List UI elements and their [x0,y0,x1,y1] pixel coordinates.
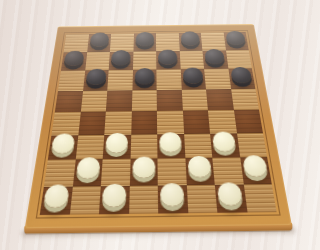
square-f3[interactable] [184,133,213,158]
white-man-a3[interactable] [51,133,76,153]
square-g3[interactable] [210,133,240,158]
white-man-h2[interactable] [242,155,268,177]
square-b7[interactable] [85,51,110,70]
square-d7[interactable] [133,51,157,70]
square-h5[interactable] [231,88,259,110]
square-e6[interactable] [156,69,181,89]
square-c8[interactable] [110,34,134,52]
square-g2[interactable] [212,157,243,184]
white-man-e3[interactable] [159,132,182,152]
white-man-c3[interactable] [105,132,128,152]
black-man-g7[interactable] [204,49,225,64]
square-a3[interactable] [48,135,78,160]
square-g7[interactable] [202,50,228,69]
square-f2[interactable] [185,158,215,185]
square-h2[interactable] [240,157,272,184]
square-c1[interactable] [99,185,129,214]
black-man-d6[interactable] [134,68,154,85]
board-grid [40,32,277,215]
black-man-f8[interactable] [180,31,200,46]
black-man-e7[interactable] [158,49,178,64]
white-man-b2[interactable] [76,157,101,179]
square-d2[interactable] [129,158,157,185]
square-f8[interactable] [178,33,202,51]
square-a2[interactable] [44,159,75,186]
photo-of-checkers-board: { "game": "checkers", "variant": "Englis… [0,0,300,250]
square-c6[interactable] [107,70,132,90]
white-man-f2[interactable] [187,156,211,178]
square-g4[interactable] [208,110,237,133]
square-c5[interactable] [106,90,132,112]
square-a8[interactable] [64,34,89,52]
square-b1[interactable] [69,186,101,215]
square-e8[interactable] [156,33,179,51]
square-c2[interactable] [101,159,130,186]
white-man-g1[interactable] [217,182,243,206]
board-group [0,0,300,250]
checkers-board [25,24,292,228]
square-c3[interactable] [103,134,131,159]
square-h1[interactable] [243,184,276,213]
black-man-b8[interactable] [89,32,109,47]
square-g1[interactable] [215,184,247,213]
square-h3[interactable] [236,133,267,158]
square-f4[interactable] [182,110,210,133]
square-e1[interactable] [158,185,188,214]
square-d4[interactable] [131,111,157,134]
white-man-e1[interactable] [160,182,185,206]
square-c4[interactable] [104,111,131,134]
square-b4[interactable] [78,112,106,135]
square-h6[interactable] [228,68,255,88]
square-g5[interactable] [206,89,233,111]
square-d3[interactable] [130,134,157,159]
square-d6[interactable] [132,70,157,90]
square-h7[interactable] [226,50,252,69]
square-d8[interactable] [133,33,156,51]
black-man-c7[interactable] [111,50,131,66]
square-a7[interactable] [61,52,87,71]
square-b2[interactable] [72,159,102,186]
square-a4[interactable] [51,112,80,135]
square-e5[interactable] [157,89,183,111]
playing-area [40,32,277,215]
square-h4[interactable] [233,110,262,133]
square-a1[interactable] [40,186,73,215]
square-g6[interactable] [204,69,231,89]
square-e2[interactable] [157,158,186,185]
white-man-c1[interactable] [102,183,127,207]
white-man-a1[interactable] [43,184,70,208]
square-f1[interactable] [186,184,217,213]
black-man-b6[interactable] [85,69,106,86]
square-g8[interactable] [201,32,226,50]
square-f7[interactable] [179,50,204,69]
square-e7[interactable] [156,51,180,70]
square-h8[interactable] [223,32,248,50]
square-b5[interactable] [80,90,107,112]
white-man-g3[interactable] [212,131,236,151]
white-man-d2[interactable] [132,156,155,178]
black-man-h6[interactable] [230,67,252,83]
square-d5[interactable] [131,90,157,112]
square-f5[interactable] [181,89,208,111]
black-man-f6[interactable] [182,68,203,85]
black-man-a7[interactable] [64,50,85,66]
square-b3[interactable] [75,134,104,159]
black-man-h8[interactable] [225,31,246,46]
black-man-d8[interactable] [135,32,154,47]
square-c7[interactable] [109,51,133,70]
square-e4[interactable] [157,111,184,134]
square-a5[interactable] [55,90,83,112]
square-a6[interactable] [58,70,85,90]
square-b6[interactable] [83,70,109,90]
square-b8[interactable] [87,34,111,52]
square-e3[interactable] [157,134,185,159]
square-f6[interactable] [180,69,206,89]
square-d1[interactable] [129,185,159,214]
